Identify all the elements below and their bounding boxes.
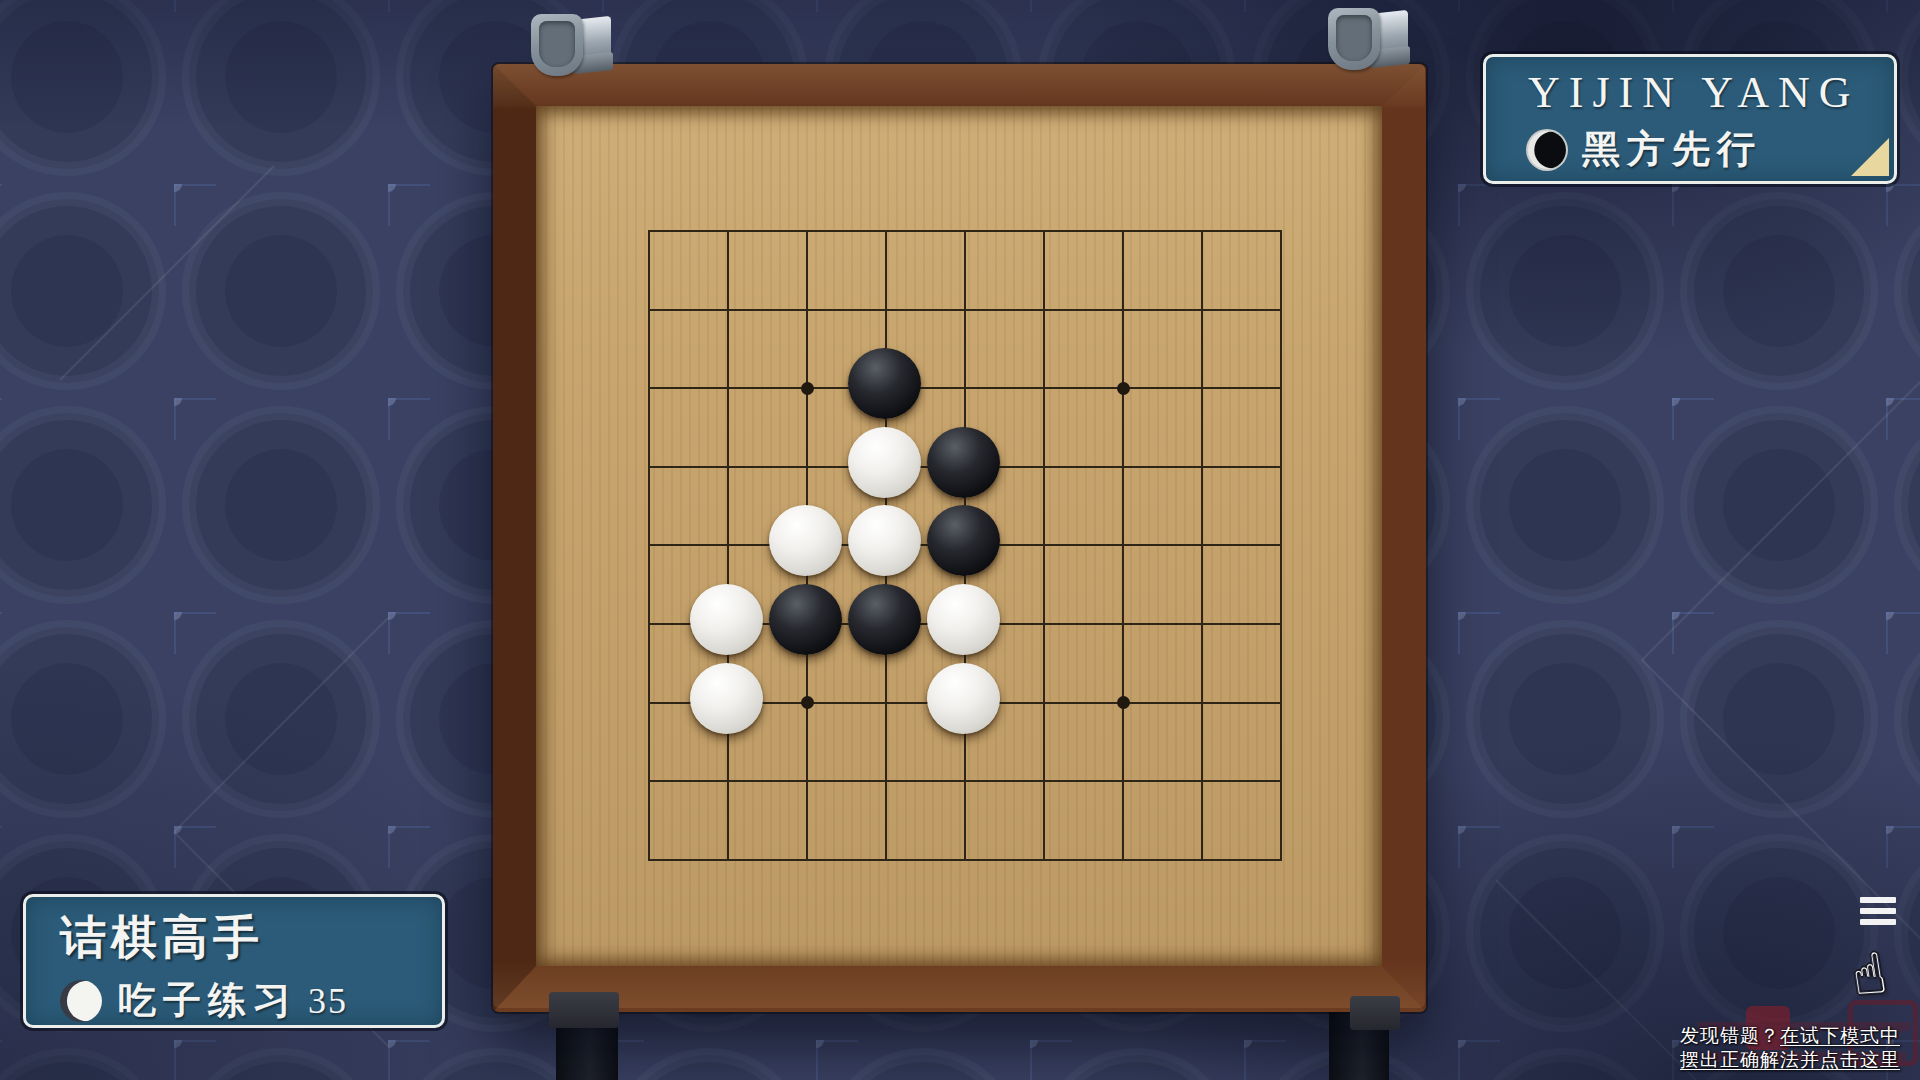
panel-corner-triangle — [1851, 138, 1889, 176]
puzzle-category: 吃子练习 — [118, 979, 298, 1021]
puzzle-subtitle: 吃子练习35 — [118, 975, 348, 1026]
white-stone[interactable] — [690, 663, 763, 734]
puzzle-number: 35 — [308, 981, 348, 1021]
black-stone[interactable] — [848, 584, 921, 655]
hint-link-line1[interactable]: 在试下模式中 — [1780, 1025, 1900, 1046]
white-stone[interactable] — [848, 505, 921, 576]
player-panel: YIJIN YANG 黑方先行 — [1483, 54, 1897, 184]
metal-clamp-left — [527, 14, 619, 80]
app-screen: YIJIN YANG 黑方先行 诘棋高手 吃子练习35 ☝ 发现错题？在试下模式… — [0, 0, 1920, 1080]
metal-clamp-right — [1324, 8, 1416, 74]
hint-text[interactable]: 发现错题？在试下模式中 摆出正确解法并点击这里 — [1680, 1024, 1912, 1072]
go-board-surface — [536, 106, 1382, 966]
hamburger-menu-icon[interactable] — [1860, 897, 1896, 925]
black-stone[interactable] — [927, 427, 1000, 498]
black-stone[interactable] — [769, 584, 842, 655]
hint-link-line2[interactable]: 摆出正确解法并点击这里 — [1680, 1049, 1900, 1070]
hint-prefix: 发现错题？ — [1680, 1025, 1780, 1046]
puzzle-panel: 诘棋高手 吃子练习35 — [23, 894, 445, 1028]
board-corner-bracket-left — [549, 992, 619, 1028]
black-stone[interactable] — [927, 505, 1000, 576]
player-name: YIJIN YANG — [1528, 67, 1894, 118]
go-board-intersections[interactable] — [608, 191, 1319, 899]
turn-indicator-label: 黑方先行 — [1582, 124, 1762, 175]
white-stone[interactable] — [690, 584, 763, 655]
white-stone[interactable] — [848, 427, 921, 498]
white-stone[interactable] — [927, 663, 1000, 734]
white-stone[interactable] — [927, 584, 1000, 655]
white-stone-icon — [60, 980, 102, 1022]
white-stone[interactable] — [769, 505, 842, 576]
black-stone[interactable] — [848, 348, 921, 419]
board-corner-bracket-right — [1350, 996, 1400, 1030]
puzzle-title: 诘棋高手 — [60, 907, 442, 969]
black-stone-icon — [1528, 131, 1566, 169]
go-board-frame — [493, 64, 1426, 1012]
